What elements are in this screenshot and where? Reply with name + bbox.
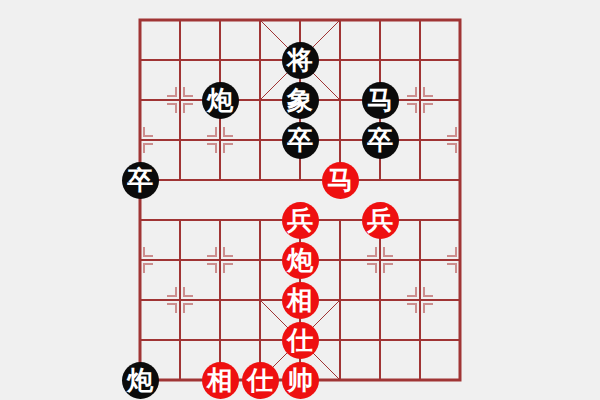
black-soldier[interactable]: 卒 [122,162,159,199]
red-elephant[interactable]: 相 [202,362,239,399]
red-soldier-glyph: 兵 [287,207,313,233]
black-horse-glyph: 马 [367,87,393,113]
red-elephant-glyph: 相 [287,287,313,313]
black-elephant[interactable]: 象 [282,82,319,119]
red-horse[interactable]: 马 [322,162,359,199]
black-general-glyph: 将 [287,47,313,73]
red-general-glyph: 帅 [287,367,313,393]
black-soldier-glyph: 卒 [287,127,313,153]
black-soldier[interactable]: 卒 [362,122,399,159]
black-general[interactable]: 将 [282,42,319,79]
black-horse[interactable]: 马 [362,82,399,119]
red-general[interactable]: 帅 [282,362,319,399]
black-cannon[interactable]: 炮 [202,82,239,119]
red-elephant-glyph: 相 [207,367,233,393]
red-horse-glyph: 马 [327,167,353,193]
black-soldier-glyph: 卒 [127,167,153,193]
black-soldier[interactable]: 卒 [282,122,319,159]
red-cannon[interactable]: 炮 [282,242,319,279]
piece-grid: 将炮象马卒卒卒马兵兵炮相仕炮相仕帅 [120,0,480,400]
black-cannon-glyph: 炮 [127,367,153,393]
black-cannon-glyph: 炮 [207,87,233,113]
red-cannon-glyph: 炮 [287,247,313,273]
red-advisor[interactable]: 仕 [282,322,319,359]
black-soldier-glyph: 卒 [367,127,393,153]
red-soldier-glyph: 兵 [367,207,393,233]
red-soldier[interactable]: 兵 [362,202,399,239]
red-advisor-glyph: 仕 [247,367,273,393]
red-soldier[interactable]: 兵 [282,202,319,239]
red-elephant[interactable]: 相 [282,282,319,319]
black-elephant-glyph: 象 [287,87,313,113]
black-cannon[interactable]: 炮 [122,362,159,399]
xiangqi-app: 将炮象马卒卒卒马兵兵炮相仕炮相仕帅 [0,0,600,400]
red-advisor-glyph: 仕 [287,327,313,353]
red-advisor[interactable]: 仕 [242,362,279,399]
